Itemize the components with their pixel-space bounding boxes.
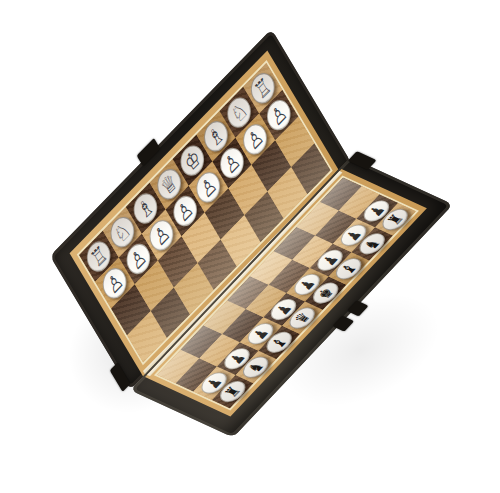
black-rook-glyph: ♜ [220,384,244,400]
clasp-tab-lower-b [347,300,369,316]
black-bishop-glyph: ♝ [267,334,291,350]
product-photo-scene: ♖♘♗♕♔♗♘♖♙♙♙♙♙♙♙♙ ♟♟♟♟♟♟♟♟♜♞♝♛♚♝♞♜ [0,0,500,493]
black-queen-glyph: ♛ [290,310,314,326]
black-knight-glyph: ♞ [360,236,384,252]
hinge-knuckle-right [348,151,377,170]
black-bishop-glyph: ♝ [337,261,361,277]
black-king-glyph: ♚ [313,285,337,301]
clasp-tab-lower-a [333,316,355,332]
black-knight-glyph: ♞ [244,359,268,375]
hinge-knuckle-left [110,362,131,392]
black-rook-glyph: ♜ [383,211,407,227]
